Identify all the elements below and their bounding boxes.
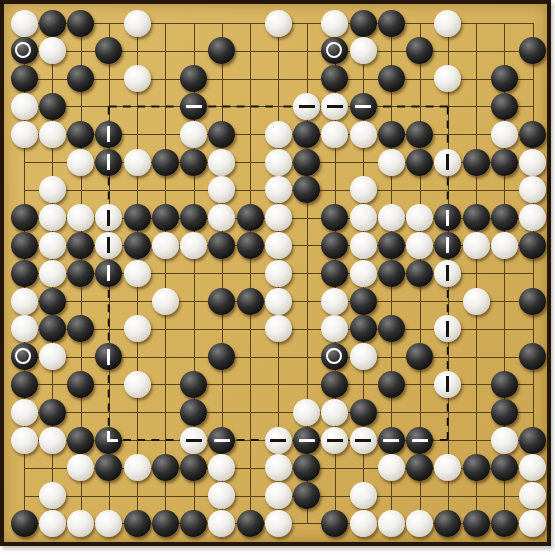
white-stone[interactable]	[39, 260, 66, 287]
white-stone[interactable]	[378, 204, 405, 231]
black-stone[interactable]	[67, 427, 94, 454]
black-stone[interactable]	[152, 454, 179, 481]
black-stone[interactable]	[237, 288, 264, 315]
white-stone[interactable]	[378, 454, 405, 481]
white-stone[interactable]	[265, 232, 292, 259]
black-stone[interactable]	[406, 427, 433, 454]
black-stone[interactable]	[350, 315, 377, 342]
go-app-window	[0, 0, 555, 555]
white-stone[interactable]	[265, 315, 292, 342]
black-stone[interactable]	[463, 149, 490, 176]
white-stone[interactable]	[491, 121, 518, 148]
black-stone[interactable]	[180, 399, 207, 426]
black-stone[interactable]	[491, 454, 518, 481]
white-stone[interactable]	[11, 427, 38, 454]
white-stone[interactable]	[265, 482, 292, 509]
white-stone[interactable]	[406, 204, 433, 231]
black-stone[interactable]	[208, 427, 235, 454]
black-stone[interactable]	[519, 427, 546, 454]
black-stone[interactable]	[434, 232, 461, 259]
white-stone[interactable]	[265, 10, 292, 37]
black-stone[interactable]	[378, 371, 405, 398]
black-stone[interactable]	[491, 510, 518, 537]
black-stone[interactable]	[124, 232, 151, 259]
black-stone[interactable]	[11, 204, 38, 231]
white-stone[interactable]	[124, 149, 151, 176]
black-stone[interactable]	[491, 371, 518, 398]
black-stone[interactable]	[491, 65, 518, 92]
white-stone[interactable]	[39, 232, 66, 259]
white-stone[interactable]	[67, 204, 94, 231]
black-stone[interactable]	[95, 427, 122, 454]
white-stone[interactable]	[124, 65, 151, 92]
black-stone[interactable]	[67, 232, 94, 259]
black-stone[interactable]	[208, 121, 235, 148]
black-stone[interactable]	[124, 510, 151, 537]
black-stone[interactable]	[519, 343, 546, 370]
white-stone[interactable]	[11, 93, 38, 120]
black-stone[interactable]	[67, 65, 94, 92]
white-stone[interactable]	[321, 427, 348, 454]
grid-line-horizontal	[24, 412, 534, 413]
black-stone[interactable]	[11, 343, 38, 370]
white-stone[interactable]	[208, 510, 235, 537]
black-stone[interactable]	[180, 510, 207, 537]
black-stone[interactable]	[378, 260, 405, 287]
black-stone[interactable]	[180, 204, 207, 231]
white-stone[interactable]	[124, 454, 151, 481]
white-stone[interactable]	[434, 371, 461, 398]
black-stone[interactable]	[350, 399, 377, 426]
black-stone[interactable]	[293, 149, 320, 176]
black-stone[interactable]	[293, 121, 320, 148]
white-stone[interactable]	[491, 232, 518, 259]
black-stone[interactable]	[321, 371, 348, 398]
white-stone[interactable]	[67, 149, 94, 176]
white-stone[interactable]	[434, 10, 461, 37]
white-stone[interactable]	[350, 260, 377, 287]
black-stone[interactable]	[39, 93, 66, 120]
black-stone[interactable]	[237, 232, 264, 259]
black-stone[interactable]	[463, 204, 490, 231]
black-stone[interactable]	[491, 204, 518, 231]
black-stone[interactable]	[39, 399, 66, 426]
white-stone[interactable]	[11, 399, 38, 426]
grid-line-vertical	[476, 23, 477, 524]
white-stone[interactable]	[350, 510, 377, 537]
white-stone[interactable]	[265, 427, 292, 454]
black-stone[interactable]	[39, 288, 66, 315]
white-stone[interactable]	[39, 482, 66, 509]
black-stone[interactable]	[152, 204, 179, 231]
black-stone[interactable]	[95, 149, 122, 176]
white-stone[interactable]	[463, 232, 490, 259]
black-stone[interactable]	[95, 260, 122, 287]
white-stone[interactable]	[434, 149, 461, 176]
black-stone[interactable]	[378, 315, 405, 342]
white-stone[interactable]	[124, 260, 151, 287]
white-stone[interactable]	[265, 149, 292, 176]
black-stone[interactable]	[434, 510, 461, 537]
black-stone[interactable]	[11, 65, 38, 92]
white-stone[interactable]	[180, 121, 207, 148]
white-stone[interactable]	[378, 510, 405, 537]
white-stone[interactable]	[321, 121, 348, 148]
white-stone[interactable]	[350, 482, 377, 509]
black-stone[interactable]	[378, 427, 405, 454]
black-stone[interactable]	[519, 232, 546, 259]
white-stone[interactable]	[293, 93, 320, 120]
white-stone[interactable]	[434, 260, 461, 287]
black-stone[interactable]	[180, 371, 207, 398]
white-stone[interactable]	[350, 37, 377, 64]
white-stone[interactable]	[350, 121, 377, 148]
white-stone[interactable]	[265, 204, 292, 231]
black-stone[interactable]	[321, 510, 348, 537]
white-stone[interactable]	[95, 232, 122, 259]
white-stone[interactable]	[39, 121, 66, 148]
black-stone[interactable]	[406, 149, 433, 176]
black-stone[interactable]	[519, 121, 546, 148]
black-stone[interactable]	[67, 121, 94, 148]
white-stone[interactable]	[406, 510, 433, 537]
black-stone[interactable]	[406, 260, 433, 287]
black-stone[interactable]	[11, 37, 38, 64]
white-stone[interactable]	[39, 343, 66, 370]
white-stone[interactable]	[67, 510, 94, 537]
white-stone[interactable]	[208, 149, 235, 176]
black-stone[interactable]	[11, 260, 38, 287]
black-stone[interactable]	[406, 121, 433, 148]
black-stone[interactable]	[180, 149, 207, 176]
white-stone[interactable]	[124, 315, 151, 342]
black-stone[interactable]	[237, 510, 264, 537]
white-stone[interactable]	[39, 37, 66, 64]
black-stone[interactable]	[378, 232, 405, 259]
black-stone[interactable]	[95, 121, 122, 148]
black-stone[interactable]	[350, 93, 377, 120]
black-stone[interactable]	[208, 232, 235, 259]
black-stone[interactable]	[378, 10, 405, 37]
white-stone[interactable]	[321, 288, 348, 315]
white-stone[interactable]	[321, 399, 348, 426]
white-stone[interactable]	[350, 343, 377, 370]
white-stone[interactable]	[152, 288, 179, 315]
white-stone[interactable]	[350, 232, 377, 259]
white-stone[interactable]	[519, 204, 546, 231]
black-stone[interactable]	[11, 232, 38, 259]
black-stone[interactable]	[491, 399, 518, 426]
black-stone[interactable]	[11, 371, 38, 398]
black-stone[interactable]	[293, 427, 320, 454]
black-stone[interactable]	[152, 149, 179, 176]
white-stone[interactable]	[463, 288, 490, 315]
white-stone[interactable]	[124, 371, 151, 398]
white-stone[interactable]	[11, 315, 38, 342]
black-stone[interactable]	[321, 260, 348, 287]
black-stone[interactable]	[67, 260, 94, 287]
black-stone[interactable]	[350, 10, 377, 37]
black-stone[interactable]	[321, 232, 348, 259]
black-stone[interactable]	[11, 510, 38, 537]
white-stone[interactable]	[519, 149, 546, 176]
white-stone[interactable]	[350, 176, 377, 203]
black-stone[interactable]	[208, 288, 235, 315]
black-stone[interactable]	[491, 93, 518, 120]
black-stone[interactable]	[519, 288, 546, 315]
white-stone[interactable]	[39, 176, 66, 203]
white-stone[interactable]	[11, 288, 38, 315]
white-stone[interactable]	[124, 10, 151, 37]
white-stone[interactable]	[180, 427, 207, 454]
black-stone[interactable]	[67, 371, 94, 398]
black-stone[interactable]	[378, 121, 405, 148]
white-stone[interactable]	[39, 204, 66, 231]
white-stone[interactable]	[321, 10, 348, 37]
white-stone[interactable]	[39, 510, 66, 537]
white-stone[interactable]	[11, 10, 38, 37]
black-stone[interactable]	[293, 482, 320, 509]
black-stone[interactable]	[378, 65, 405, 92]
white-stone[interactable]	[265, 288, 292, 315]
white-stone[interactable]	[39, 427, 66, 454]
white-stone[interactable]	[11, 121, 38, 148]
black-stone[interactable]	[152, 510, 179, 537]
black-stone[interactable]	[237, 204, 264, 231]
white-stone[interactable]	[519, 510, 546, 537]
black-stone[interactable]	[124, 204, 151, 231]
white-stone[interactable]	[180, 232, 207, 259]
white-stone[interactable]	[95, 510, 122, 537]
black-stone[interactable]	[406, 343, 433, 370]
white-stone[interactable]	[350, 204, 377, 231]
white-stone[interactable]	[350, 427, 377, 454]
black-stone[interactable]	[180, 93, 207, 120]
black-stone[interactable]	[180, 65, 207, 92]
black-stone[interactable]	[463, 510, 490, 537]
white-stone[interactable]	[265, 260, 292, 287]
white-stone[interactable]	[265, 176, 292, 203]
white-stone[interactable]	[519, 482, 546, 509]
white-stone[interactable]	[321, 93, 348, 120]
white-stone[interactable]	[406, 232, 433, 259]
white-stone[interactable]	[152, 232, 179, 259]
black-stone[interactable]	[491, 149, 518, 176]
white-stone[interactable]	[293, 399, 320, 426]
white-stone[interactable]	[491, 427, 518, 454]
white-stone[interactable]	[265, 121, 292, 148]
white-stone[interactable]	[378, 149, 405, 176]
black-stone[interactable]	[39, 10, 66, 37]
black-stone[interactable]	[463, 454, 490, 481]
black-stone[interactable]	[39, 315, 66, 342]
white-stone[interactable]	[265, 454, 292, 481]
white-stone[interactable]	[265, 510, 292, 537]
black-stone[interactable]	[350, 288, 377, 315]
black-stone[interactable]	[67, 10, 94, 37]
